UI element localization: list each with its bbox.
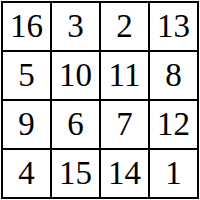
cell-r2-c1: 6	[51, 100, 100, 149]
cell-r1-c1: 10	[51, 51, 100, 100]
cell-r2-c0: 9	[2, 100, 51, 149]
cell-r1-c3: 8	[149, 51, 198, 100]
cell-r2-c3: 12	[149, 100, 198, 149]
cell-r2-c2: 7	[100, 100, 149, 149]
cell-r0-c3: 13	[149, 2, 198, 51]
cell-r3-c3: 1	[149, 149, 198, 198]
cell-r0-c0: 16	[2, 2, 51, 51]
cell-r1-c0: 5	[2, 51, 51, 100]
cell-r1-c2: 11	[100, 51, 149, 100]
cell-r3-c1: 15	[51, 149, 100, 198]
cell-r0-c1: 3	[51, 2, 100, 51]
cell-r3-c2: 14	[100, 149, 149, 198]
magic-square-diagram: 16 3 2 13 5 10 11 8 9 6 7 12 4 15 14 1	[0, 0, 200, 200]
cell-r0-c2: 2	[100, 2, 149, 51]
cell-r3-c0: 4	[2, 149, 51, 198]
magic-square-grid: 16 3 2 13 5 10 11 8 9 6 7 12 4 15 14 1	[1, 1, 199, 199]
